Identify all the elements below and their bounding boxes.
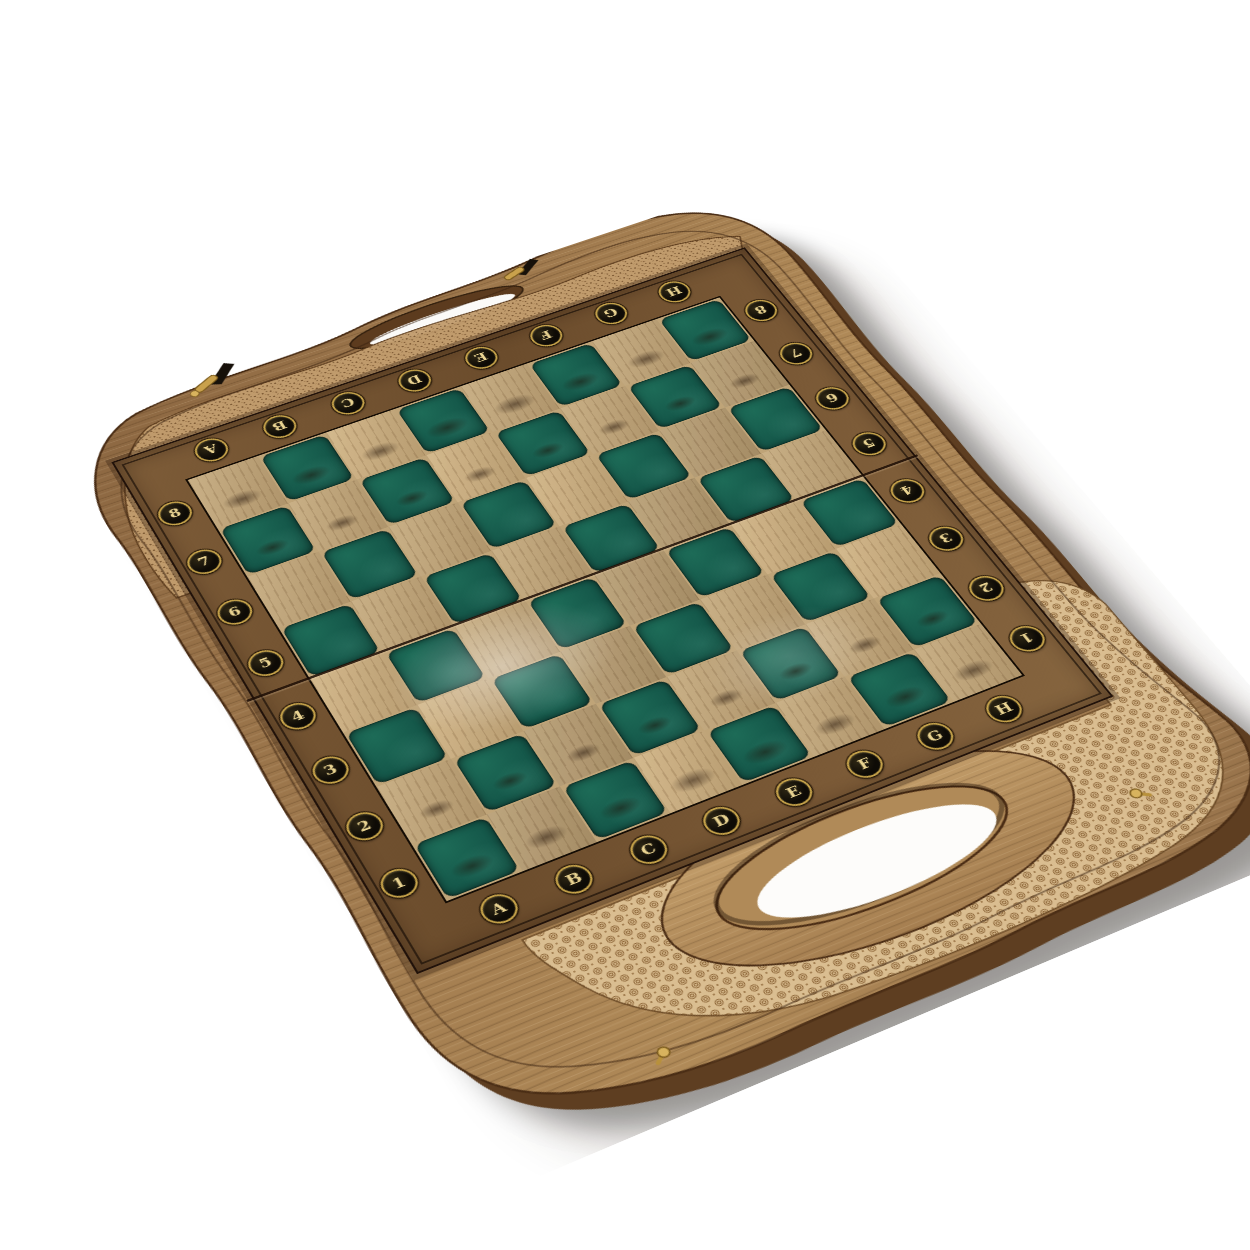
chess-case-plane: AABBCCDDEEFFGGHH8877665544332211 ♜♞♝♛♚♝♞… <box>0 167 1250 1226</box>
product-photo-scene: AABBCCDDEEFFGGHH8877665544332211 ♜♞♝♛♚♝♞… <box>0 0 1250 1250</box>
king-contrast-finial <box>764 627 772 645</box>
king-contrast-finial <box>513 290 521 306</box>
white-rook-icon: ♜ <box>399 767 550 871</box>
